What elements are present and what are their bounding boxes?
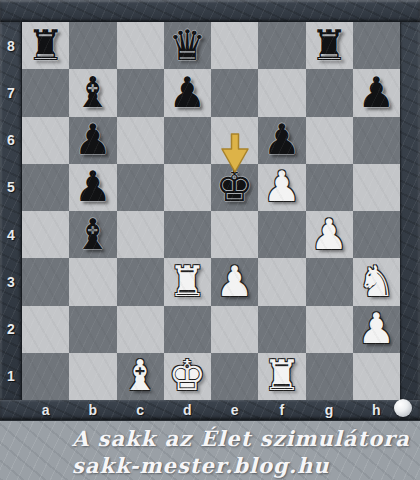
square-g3[interactable] xyxy=(306,258,353,305)
rank-label-2: 2 xyxy=(0,306,22,353)
square-h4[interactable] xyxy=(353,211,400,258)
piece-wp: ♟ xyxy=(263,166,301,208)
square-g2[interactable] xyxy=(306,306,353,353)
square-b7[interactable]: ♝ xyxy=(69,69,116,116)
rank-label-1: 1 xyxy=(0,353,22,400)
square-e6[interactable] xyxy=(211,117,258,164)
square-b4[interactable]: ♝ xyxy=(69,211,116,258)
footer-blog-url[interactable]: sakk-mester.blog.hu xyxy=(72,453,420,478)
rank-label-4: 4 xyxy=(0,211,22,258)
square-f1[interactable]: ♜ xyxy=(258,353,305,400)
rank-label-6: 6 xyxy=(0,117,22,164)
square-c5[interactable] xyxy=(117,164,164,211)
piece-bp: ♟ xyxy=(74,166,112,208)
board-frame-right xyxy=(400,22,420,400)
piece-bb: ♝ xyxy=(74,72,112,114)
piece-wp: ♟ xyxy=(216,261,254,303)
piece-wr: ♜ xyxy=(169,261,207,303)
footer-banner: A sakk az Élet szimulátora sakk-mester.b… xyxy=(0,420,420,480)
file-label-c: c xyxy=(117,400,164,420)
square-d3[interactable]: ♜ xyxy=(164,258,211,305)
square-b1[interactable] xyxy=(69,353,116,400)
rank-label-5: 5 xyxy=(0,164,22,211)
piece-bq: ♛ xyxy=(169,25,207,67)
square-d6[interactable] xyxy=(164,117,211,164)
square-e2[interactable] xyxy=(211,306,258,353)
square-g5[interactable] xyxy=(306,164,353,211)
square-a7[interactable] xyxy=(22,69,69,116)
square-c8[interactable] xyxy=(117,22,164,69)
square-f2[interactable] xyxy=(258,306,305,353)
piece-bp: ♟ xyxy=(358,72,396,114)
file-label-a: a xyxy=(22,400,69,420)
square-f4[interactable] xyxy=(258,211,305,258)
square-c4[interactable] xyxy=(117,211,164,258)
square-d2[interactable] xyxy=(164,306,211,353)
square-d5[interactable] xyxy=(164,164,211,211)
board: ♜♛♜♝♟♟♟♟♟♚♟♝♟♜♟♞♟♝♚♜ xyxy=(22,22,400,400)
rank-label-7: 7 xyxy=(0,69,22,116)
square-g7[interactable] xyxy=(306,69,353,116)
square-e1[interactable] xyxy=(211,353,258,400)
file-label-g: g xyxy=(306,400,353,420)
square-e8[interactable] xyxy=(211,22,258,69)
square-g6[interactable] xyxy=(306,117,353,164)
square-h6[interactable] xyxy=(353,117,400,164)
square-b8[interactable] xyxy=(69,22,116,69)
square-f6[interactable]: ♟ xyxy=(258,117,305,164)
file-label-d: d xyxy=(164,400,211,420)
piece-wp: ♟ xyxy=(358,308,396,350)
piece-wr: ♜ xyxy=(263,355,301,397)
rank-coordinates: 87654321 xyxy=(0,22,22,400)
square-a8[interactable]: ♜ xyxy=(22,22,69,69)
square-c3[interactable] xyxy=(117,258,164,305)
piece-br: ♜ xyxy=(310,25,348,67)
file-label-b: b xyxy=(69,400,116,420)
file-bar-spacer-left xyxy=(0,400,22,420)
square-d7[interactable]: ♟ xyxy=(164,69,211,116)
square-c6[interactable] xyxy=(117,117,164,164)
square-h1[interactable] xyxy=(353,353,400,400)
chess-app: 87654321 ♜♛♜♝♟♟♟♟♟♚♟♝♟♜♟♞♟♝♚♜ abcdefgh A… xyxy=(0,0,420,480)
footer-slogan: A sakk az Élet szimulátora xyxy=(72,426,420,451)
file-label-f: f xyxy=(258,400,305,420)
square-a4[interactable] xyxy=(22,211,69,258)
square-d4[interactable] xyxy=(164,211,211,258)
square-b6[interactable]: ♟ xyxy=(69,117,116,164)
square-a6[interactable] xyxy=(22,117,69,164)
piece-wp: ♟ xyxy=(310,214,348,256)
square-g8[interactable]: ♜ xyxy=(306,22,353,69)
square-c1[interactable]: ♝ xyxy=(117,353,164,400)
square-f5[interactable]: ♟ xyxy=(258,164,305,211)
square-e3[interactable]: ♟ xyxy=(211,258,258,305)
rank-label-8: 8 xyxy=(0,22,22,69)
square-h8[interactable] xyxy=(353,22,400,69)
square-g4[interactable]: ♟ xyxy=(306,211,353,258)
square-f3[interactable] xyxy=(258,258,305,305)
square-h2[interactable]: ♟ xyxy=(353,306,400,353)
piece-bp: ♟ xyxy=(263,119,301,161)
file-coordinates: abcdefgh xyxy=(0,400,420,420)
square-e5[interactable]: ♚ xyxy=(211,164,258,211)
square-c7[interactable] xyxy=(117,69,164,116)
piece-br: ♜ xyxy=(27,25,65,67)
square-f8[interactable] xyxy=(258,22,305,69)
piece-bp: ♟ xyxy=(74,119,112,161)
square-d8[interactable]: ♛ xyxy=(164,22,211,69)
square-b3[interactable] xyxy=(69,258,116,305)
square-g1[interactable] xyxy=(306,353,353,400)
piece-bk: ♚ xyxy=(216,166,254,208)
piece-bp: ♟ xyxy=(169,72,207,114)
square-a1[interactable] xyxy=(22,353,69,400)
square-f7[interactable] xyxy=(258,69,305,116)
square-e4[interactable] xyxy=(211,211,258,258)
rank-label-3: 3 xyxy=(0,258,22,305)
square-h5[interactable] xyxy=(353,164,400,211)
square-a3[interactable] xyxy=(22,258,69,305)
board-frame-top xyxy=(0,0,420,22)
piece-wk: ♚ xyxy=(169,355,207,397)
square-e7[interactable] xyxy=(211,69,258,116)
square-h3[interactable]: ♞ xyxy=(353,258,400,305)
piece-wn: ♞ xyxy=(358,261,396,303)
file-label-e: e xyxy=(211,400,258,420)
square-a2[interactable] xyxy=(22,306,69,353)
square-b2[interactable] xyxy=(69,306,116,353)
piece-wb: ♝ xyxy=(121,355,159,397)
file-label-h: h xyxy=(353,400,400,420)
square-c2[interactable] xyxy=(117,306,164,353)
square-d1[interactable]: ♚ xyxy=(164,353,211,400)
square-b5[interactable]: ♟ xyxy=(69,164,116,211)
white-to-move-indicator xyxy=(394,399,412,417)
square-a5[interactable] xyxy=(22,164,69,211)
piece-bb: ♝ xyxy=(74,214,112,256)
square-h7[interactable]: ♟ xyxy=(353,69,400,116)
